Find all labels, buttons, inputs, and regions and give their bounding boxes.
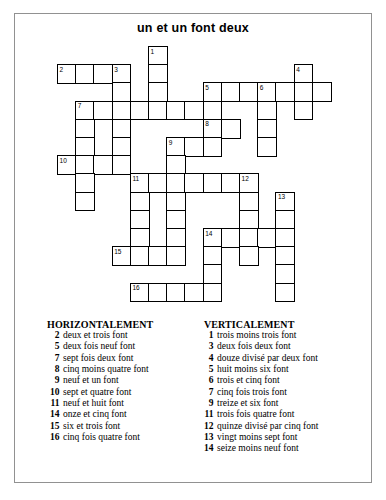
grid-cell-r8c10[interactable]: [239, 192, 259, 212]
clue-item: 9neuf et un font: [46, 375, 198, 386]
clue-number: 7: [200, 387, 214, 398]
grid-cell-r2c9[interactable]: [221, 82, 241, 102]
clue-number: 8: [46, 364, 60, 375]
grid-cell-r12c12[interactable]: [275, 264, 295, 284]
grid-cell-r0c5[interactable]: 1: [148, 46, 168, 66]
cell-number-6: 6: [260, 84, 264, 91]
clue-item: 15six et trois font: [46, 421, 198, 432]
grid-cell-r7c7[interactable]: [184, 173, 204, 193]
clue-number: 13: [200, 432, 214, 443]
grid-cell-r6c1[interactable]: [75, 155, 95, 175]
clue-text: quinze divisé par cinq font: [217, 421, 318, 432]
grid-cell-r3c13[interactable]: [294, 101, 314, 121]
grid-cell-r13c8[interactable]: [203, 283, 223, 303]
grid-cell-r1c5[interactable]: [148, 64, 168, 84]
clue-item: 3deux fois deux font: [200, 341, 372, 352]
grid-cell-r10c8[interactable]: 14: [203, 228, 223, 248]
clue-text: deux fois deux font: [217, 341, 291, 352]
grid-cell-r3c8[interactable]: [203, 101, 223, 121]
grid-cell-r13c4[interactable]: 16: [130, 283, 150, 303]
clue-number: 3: [200, 341, 214, 352]
clue-text: cinq fois trois font: [217, 387, 287, 398]
grid-cell-r10c12[interactable]: [275, 228, 295, 248]
clue-item: 8cinq moins quatre font: [46, 364, 198, 375]
cell-number-11: 11: [132, 175, 139, 182]
grid-cell-r2c8[interactable]: 5: [203, 82, 223, 102]
grid-cell-r6c2[interactable]: [93, 155, 113, 175]
clue-item: 14seize moins neuf font: [200, 443, 372, 454]
clue-text: trois moins trois font: [217, 330, 296, 341]
grid-cell-r11c10[interactable]: [239, 246, 259, 266]
grid-cell-r1c2[interactable]: [93, 64, 113, 84]
grid-cell-r10c11[interactable]: [257, 228, 277, 248]
grid-cell-r4c8[interactable]: 8: [203, 119, 223, 139]
grid-cell-r5c1[interactable]: [75, 137, 95, 157]
clue-item: 1trois moins trois font: [200, 330, 372, 341]
clue-number: 4: [200, 353, 214, 364]
grid-cell-r12c8[interactable]: [203, 264, 223, 284]
grid-cell-r5c8[interactable]: [203, 137, 223, 157]
grid-cell-r8c1[interactable]: [75, 192, 95, 212]
grid-cell-r10c10[interactable]: [239, 228, 259, 248]
clue-text: seize moins neuf font: [217, 443, 299, 454]
clue-number: 14: [200, 443, 214, 454]
grid-cell-r13c5[interactable]: [148, 283, 168, 303]
down-clue-list: 1trois moins trois font3deux fois deux f…: [200, 330, 372, 455]
grid-cell-r11c8[interactable]: [203, 246, 223, 266]
grid-cell-r7c9[interactable]: [221, 173, 241, 193]
clue-text: neuf et huit font: [63, 398, 124, 409]
clue-number: 2: [46, 330, 60, 341]
clue-text: deux fois neuf font: [63, 341, 135, 352]
clue-item: 4douze divisé par deux font: [200, 353, 372, 364]
cell-number-14: 14: [205, 230, 212, 237]
across-header: HORIZONTALEMENT: [47, 319, 198, 331]
clue-number: 5: [200, 364, 214, 375]
clue-text: neuf et un font: [63, 375, 119, 386]
clue-number: 15: [46, 421, 60, 432]
clue-item: 7sept fois deux font: [46, 353, 198, 364]
grid-cell-r3c5[interactable]: [148, 101, 168, 121]
grid-cell-r1c3[interactable]: 3: [112, 64, 132, 84]
grid-cell-r2c3[interactable]: [112, 82, 132, 102]
grid-cell-r3c4[interactable]: [130, 101, 150, 121]
clue-text: cinq moins quatre font: [63, 364, 149, 375]
grid-cell-r6c6[interactable]: [166, 155, 186, 175]
grid-cell-r5c6[interactable]: 9: [166, 137, 186, 157]
grid-cell-r10c6[interactable]: [166, 228, 186, 248]
down-header: VERTICALEMENT: [204, 319, 372, 331]
grid-cell-r9c10[interactable]: [239, 210, 259, 230]
grid-cell-r3c6[interactable]: [166, 101, 186, 121]
grid-cell-r13c12[interactable]: [275, 283, 295, 303]
grid-cell-r10c9[interactable]: [221, 228, 241, 248]
clue-item: 5huit moins six font: [200, 364, 372, 375]
clue-item: 12quinze divisé par cinq font: [200, 421, 372, 432]
grid-cell-r6c0[interactable]: 10: [57, 155, 77, 175]
cell-number-8: 8: [205, 120, 209, 127]
grid-cell-r7c1[interactable]: [75, 173, 95, 193]
cell-number-12: 12: [242, 175, 249, 182]
clue-number: 9: [200, 398, 214, 409]
crossword-grid: 12345678910111213141516: [57, 46, 330, 301]
clue-number: 9: [46, 375, 60, 386]
grid-cell-r5c7[interactable]: [184, 137, 204, 157]
cell-number-3: 3: [114, 66, 118, 73]
grid-cell-r11c4[interactable]: [130, 246, 150, 266]
clue-number: 12: [200, 421, 214, 432]
clue-item: 10sept et quatre font: [46, 387, 198, 398]
clue-text: onze et cinq font: [63, 409, 127, 420]
clue-text: trois fois quatre font: [217, 409, 294, 420]
cell-number-5: 5: [205, 84, 209, 91]
grid-cell-r9c12[interactable]: [275, 210, 295, 230]
clue-number: 11: [200, 409, 214, 420]
grid-cell-r1c0[interactable]: 2: [57, 64, 77, 84]
cell-number-9: 9: [169, 139, 173, 146]
across-clues-section: HORIZONTALEMENT 2deux et trois font5deux…: [46, 319, 198, 444]
grid-cell-r2c14[interactable]: [312, 82, 332, 102]
grid-cell-r3c7[interactable]: [184, 101, 204, 121]
grid-cell-r7c5[interactable]: [148, 173, 168, 193]
grid-cell-r7c10[interactable]: 12: [239, 173, 259, 193]
cell-number-15: 15: [114, 248, 121, 255]
clue-text: sept fois deux font: [63, 353, 133, 364]
clue-number: 6: [200, 375, 214, 386]
clue-item: 14onze et cinq font: [46, 409, 198, 420]
clue-text: huit moins six font: [217, 364, 289, 375]
grid-cell-r7c6[interactable]: [166, 173, 186, 193]
grid-cell-r1c1[interactable]: [75, 64, 95, 84]
grid-cell-r11c5[interactable]: [148, 246, 168, 266]
puzzle-title: un et un font deux: [14, 21, 372, 35]
grid-cell-r3c2[interactable]: [93, 101, 113, 121]
cell-number-13: 13: [278, 193, 285, 200]
across-clue-list: 2deux et trois font5deux fois neuf font7…: [46, 330, 198, 443]
clue-text: six et trois font: [63, 421, 120, 432]
grid-cell-r8c12[interactable]: 13: [275, 192, 295, 212]
clue-number: 11: [46, 398, 60, 409]
clue-number: 16: [46, 432, 60, 443]
grid-cell-r10c4[interactable]: [130, 228, 150, 248]
clue-text: treize et six font: [217, 398, 278, 409]
grid-cell-r3c11[interactable]: [257, 101, 277, 121]
grid-cell-r7c8[interactable]: [203, 173, 223, 193]
clue-text: douze divisé par deux font: [217, 353, 318, 364]
clue-item: 9treize et six font: [200, 398, 372, 409]
clue-item: 11trois fois quatre font: [200, 409, 372, 420]
clue-item: 6trois et cinq font: [200, 375, 372, 386]
cell-number-1: 1: [151, 48, 155, 55]
clue-text: cinq fois quatre font: [63, 432, 140, 443]
grid-cell-r4c9[interactable]: [221, 119, 241, 139]
grid-cell-r2c12[interactable]: [275, 82, 295, 102]
cell-number-2: 2: [60, 66, 64, 73]
cell-number-10: 10: [60, 157, 67, 164]
grid-cell-r9c4[interactable]: [130, 210, 150, 230]
grid-cell-r2c5[interactable]: [148, 82, 168, 102]
cell-number-4: 4: [296, 66, 300, 73]
grid-cell-r11c3[interactable]: 15: [112, 246, 132, 266]
clue-item: 2deux et trois font: [46, 330, 198, 341]
grid-cell-r11c12[interactable]: [275, 246, 295, 266]
grid-cell-r9c6[interactable]: [166, 210, 186, 230]
grid-cell-r11c6[interactable]: [166, 246, 186, 266]
grid-cell-r4c3[interactable]: [112, 119, 132, 139]
clue-text: trois et cinq font: [217, 375, 280, 386]
clue-item: 11neuf et huit font: [46, 398, 198, 409]
clue-item: 5deux fois neuf font: [46, 341, 198, 352]
grid-cell-r8c4[interactable]: [130, 192, 150, 212]
grid-cell-r13c6[interactable]: [166, 283, 186, 303]
clue-item: 16cinq fois quatre font: [46, 432, 198, 443]
clue-number: 7: [46, 353, 60, 364]
grid-cell-r8c6[interactable]: [166, 192, 186, 212]
grid-cell-r2c13[interactable]: [294, 82, 314, 102]
clue-number: 10: [46, 387, 60, 398]
clue-item: 7cinq fois trois font: [200, 387, 372, 398]
grid-cell-r13c7[interactable]: [184, 283, 204, 303]
clue-text: sept et quatre font: [63, 387, 131, 398]
down-clues-section: VERTICALEMENT 1trois moins trois font3de…: [200, 319, 372, 455]
clue-text: vingt moins sept font: [217, 432, 298, 443]
grid-cell-r5c11[interactable]: [257, 137, 277, 157]
grid-cell-r4c1[interactable]: [75, 119, 95, 139]
cell-number-7: 7: [78, 102, 82, 109]
cell-number-16: 16: [132, 284, 139, 291]
grid-cell-r2c11[interactable]: 6: [257, 82, 277, 102]
grid-cell-r2c10[interactable]: [239, 82, 259, 102]
grid-cell-r3c1[interactable]: 7: [75, 101, 95, 121]
clue-number: 14: [46, 409, 60, 420]
grid-cell-r5c3[interactable]: [112, 137, 132, 157]
clue-number: 5: [46, 341, 60, 352]
grid-cell-r3c3[interactable]: [112, 101, 132, 121]
grid-cell-r1c13[interactable]: 4: [294, 64, 314, 84]
grid-cell-r6c3[interactable]: [112, 155, 132, 175]
clue-number: 1: [200, 330, 214, 341]
grid-cell-r4c11[interactable]: [257, 119, 277, 139]
grid-cell-r7c4[interactable]: 11: [130, 173, 150, 193]
clue-text: deux et trois font: [63, 330, 128, 341]
clue-item: 13vingt moins sept font: [200, 432, 372, 443]
